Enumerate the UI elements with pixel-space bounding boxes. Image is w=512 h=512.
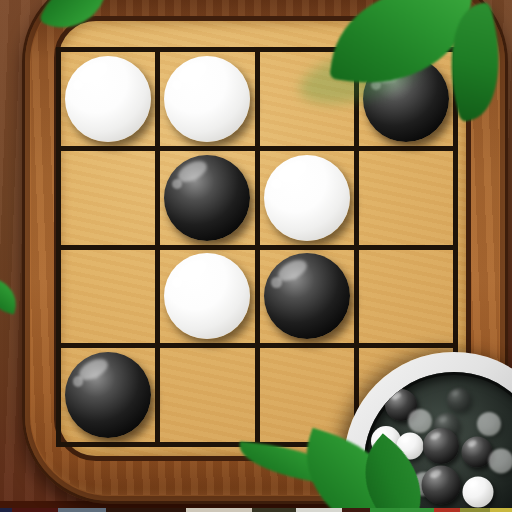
strip-segment — [296, 508, 342, 512]
strip-segment — [434, 508, 460, 512]
stone-black — [65, 352, 151, 438]
bowl-stone-white — [477, 412, 501, 436]
stone-white — [264, 155, 350, 241]
board-cell[interactable] — [160, 250, 259, 349]
board-cell[interactable] — [160, 151, 259, 250]
stone-black — [164, 155, 250, 241]
stone-white — [164, 56, 250, 142]
strip-segment — [12, 508, 58, 512]
bowl-stone-black — [422, 466, 461, 505]
stone-white — [65, 56, 151, 142]
strip-segment — [106, 508, 186, 512]
strip-segment — [252, 508, 296, 512]
board-cell[interactable] — [359, 250, 458, 349]
stone-white — [164, 253, 250, 339]
strip-segment — [400, 508, 434, 512]
strip-segment — [0, 508, 12, 512]
strip-segment — [58, 508, 106, 512]
strip-segment — [342, 508, 370, 512]
strip-segment — [186, 508, 252, 512]
bowl-stone-white — [408, 409, 432, 433]
strip-segment — [370, 508, 400, 512]
app-icon-canvas — [0, 0, 512, 512]
board-cell[interactable] — [260, 348, 359, 447]
board-cell[interactable] — [260, 250, 359, 349]
board-cell[interactable] — [61, 52, 160, 151]
strip-segment — [460, 508, 490, 512]
bowl-stone-white — [463, 477, 494, 508]
board-cell[interactable] — [61, 151, 160, 250]
bowl-stone-black — [423, 428, 459, 464]
bottom-strip — [0, 508, 512, 512]
bowl-stone-white — [489, 449, 512, 474]
board-cell[interactable] — [61, 250, 160, 349]
stone-black — [264, 253, 350, 339]
board-cell[interactable] — [260, 151, 359, 250]
board-cell[interactable] — [359, 151, 458, 250]
board-cell[interactable] — [160, 348, 259, 447]
strip-segment — [490, 508, 512, 512]
bowl-stone-black — [447, 388, 471, 412]
board-cell[interactable] — [160, 52, 259, 151]
board-cell[interactable] — [61, 348, 160, 447]
